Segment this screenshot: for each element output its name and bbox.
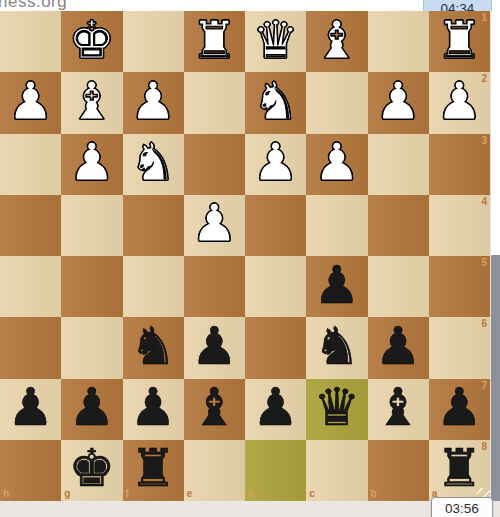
piece-white-pawn[interactable]: ♟ (191, 197, 238, 249)
square-b5[interactable] (368, 256, 429, 317)
square-f6[interactable]: ♞ (123, 317, 184, 378)
square-d7[interactable]: ♟ (245, 379, 306, 440)
piece-black-king[interactable]: ♚ (69, 442, 116, 494)
square-f7[interactable]: ♟ (123, 379, 184, 440)
square-e7[interactable]: ♝ (184, 379, 245, 440)
square-f3[interactable]: ♞ (123, 134, 184, 195)
square-c7[interactable]: ♛ (306, 379, 367, 440)
square-e1[interactable]: ♜ (184, 11, 245, 72)
rank-label-3: 3 (481, 136, 487, 146)
file-label-b: b (371, 489, 377, 499)
square-e4[interactable]: ♟ (184, 195, 245, 256)
square-g1[interactable]: ♚ (61, 11, 122, 72)
file-label-f: f (126, 489, 129, 499)
square-c6[interactable]: ♞ (306, 317, 367, 378)
rank-label-1: 1 (481, 13, 487, 23)
square-g7[interactable]: ♟ (61, 379, 122, 440)
square-g5[interactable] (61, 256, 122, 317)
piece-black-pawn[interactable]: ♟ (436, 381, 483, 433)
piece-white-pawn[interactable]: ♟ (69, 136, 116, 188)
piece-white-pawn[interactable]: ♟ (314, 136, 361, 188)
square-d6[interactable] (245, 317, 306, 378)
piece-black-pawn[interactable]: ♟ (69, 381, 116, 433)
square-c2[interactable] (306, 72, 367, 133)
piece-black-rook[interactable]: ♜ (130, 442, 177, 494)
piece-black-knight[interactable]: ♞ (314, 320, 361, 372)
square-d5[interactable] (245, 256, 306, 317)
piece-black-pawn[interactable]: ♟ (375, 320, 422, 372)
square-f5[interactable] (123, 256, 184, 317)
square-b7[interactable]: ♝ (368, 379, 429, 440)
square-b4[interactable] (368, 195, 429, 256)
piece-black-pawn[interactable]: ♟ (130, 381, 177, 433)
square-c5[interactable]: ♟ (306, 256, 367, 317)
square-d4[interactable] (245, 195, 306, 256)
square-h1[interactable] (0, 11, 61, 72)
square-h8[interactable]: h (0, 440, 61, 501)
square-g8[interactable]: ♚g (61, 440, 122, 501)
piece-white-pawn[interactable]: ♟ (130, 75, 177, 127)
rank-label-2: 2 (481, 74, 487, 84)
piece-black-bishop[interactable]: ♝ (191, 381, 238, 433)
file-label-c: c (309, 489, 315, 499)
square-b3[interactable] (368, 134, 429, 195)
square-a3[interactable]: 3 (429, 134, 490, 195)
rank-label-8: 8 (481, 442, 487, 452)
piece-white-rook[interactable]: ♜ (191, 14, 238, 66)
piece-black-pawn[interactable]: ♟ (191, 320, 238, 372)
square-d1[interactable]: ♛ (245, 11, 306, 72)
square-e6[interactable]: ♟ (184, 317, 245, 378)
square-c4[interactable] (306, 195, 367, 256)
square-g4[interactable] (61, 195, 122, 256)
square-h5[interactable] (0, 256, 61, 317)
square-a2[interactable]: ♟2 (429, 72, 490, 133)
piece-white-knight[interactable]: ♞ (130, 136, 177, 188)
file-label-d: d (248, 489, 254, 499)
file-label-g: g (64, 489, 70, 499)
square-e8[interactable]: e (184, 440, 245, 501)
square-h2[interactable]: ♟ (0, 72, 61, 133)
square-c1[interactable]: ♝ (306, 11, 367, 72)
square-h7[interactable]: ♟ (0, 379, 61, 440)
piece-black-rook[interactable]: ♜ (436, 442, 483, 494)
square-a4[interactable]: 4 (429, 195, 490, 256)
bottom-strip (0, 501, 500, 517)
square-g2[interactable]: ♝ (61, 72, 122, 133)
piece-white-pawn[interactable]: ♟ (375, 75, 422, 127)
player-clock: 03:56 (431, 497, 493, 517)
square-b1[interactable] (368, 11, 429, 72)
piece-black-queen[interactable]: ♛ (314, 381, 361, 433)
square-b8[interactable]: b (368, 440, 429, 501)
piece-black-pawn[interactable]: ♟ (314, 259, 361, 311)
square-c8[interactable]: c (306, 440, 367, 501)
rank-label-5: 5 (481, 258, 487, 268)
square-e3[interactable] (184, 134, 245, 195)
piece-white-queen[interactable]: ♛ (252, 14, 299, 66)
square-g6[interactable] (61, 317, 122, 378)
rank-label-7: 7 (481, 381, 487, 391)
square-a5[interactable]: 5 (429, 256, 490, 317)
piece-white-king[interactable]: ♚ (69, 14, 116, 66)
square-f1[interactable] (123, 11, 184, 72)
square-f8[interactable]: ♜f (123, 440, 184, 501)
square-f4[interactable] (123, 195, 184, 256)
square-d8[interactable]: d (245, 440, 306, 501)
piece-black-bishop[interactable]: ♝ (375, 381, 422, 433)
square-c3[interactable]: ♟ (306, 134, 367, 195)
scrollbar-track[interactable] (490, 11, 500, 506)
piece-black-pawn[interactable]: ♟ (252, 381, 299, 433)
square-h4[interactable] (0, 195, 61, 256)
square-f2[interactable]: ♟ (123, 72, 184, 133)
square-h6[interactable] (0, 317, 61, 378)
square-d3[interactable]: ♟ (245, 134, 306, 195)
piece-white-bishop[interactable]: ♝ (69, 75, 116, 127)
square-e2[interactable] (184, 72, 245, 133)
square-a6[interactable]: 6 (429, 317, 490, 378)
square-g3[interactable]: ♟ (61, 134, 122, 195)
square-b2[interactable]: ♟ (368, 72, 429, 133)
piece-white-pawn[interactable]: ♟ (436, 75, 483, 127)
rank-label-6: 6 (481, 319, 487, 329)
piece-white-pawn[interactable]: ♟ (252, 136, 299, 188)
scrollbar-thumb[interactable] (491, 255, 500, 506)
file-label-h: h (3, 489, 9, 499)
file-label-e: e (187, 489, 193, 499)
square-e5[interactable] (184, 256, 245, 317)
square-a7[interactable]: ♟7 (429, 379, 490, 440)
square-d2[interactable]: ♞ (245, 72, 306, 133)
piece-black-pawn[interactable]: ♟ (7, 381, 54, 433)
square-a1[interactable]: ♜1 (429, 11, 490, 72)
chess-board[interactable]: ♚♜♛♝♜1♟♝♟♞♟♟2♟♞♟♟3♟4♟5♞♟♞♟6♟♟♟♝♟♛♝♟7h♚g♜… (0, 11, 490, 501)
piece-white-knight[interactable]: ♞ (252, 75, 299, 127)
piece-white-pawn[interactable]: ♟ (7, 75, 54, 127)
square-h3[interactable] (0, 134, 61, 195)
piece-white-bishop[interactable]: ♝ (314, 14, 361, 66)
piece-black-knight[interactable]: ♞ (130, 320, 177, 372)
rank-label-4: 4 (481, 197, 487, 207)
piece-white-rook[interactable]: ♜ (436, 14, 483, 66)
square-b6[interactable]: ♟ (368, 317, 429, 378)
